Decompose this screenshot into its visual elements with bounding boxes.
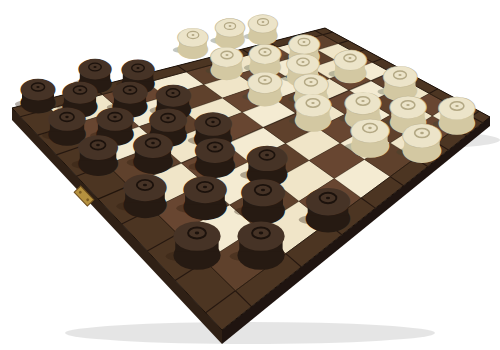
piece-center-dot xyxy=(455,105,458,107)
piece-center-dot xyxy=(261,189,265,192)
piece-center-dot xyxy=(36,86,39,88)
piece-center-dot xyxy=(265,154,269,156)
piece-center-dot xyxy=(398,74,401,76)
piece-center-dot xyxy=(259,232,263,235)
cream-checker-piece[interactable]: ●● xyxy=(329,43,369,86)
piece-center-dot xyxy=(143,184,147,187)
piece-center-dot xyxy=(195,232,199,235)
piece-center-dot xyxy=(211,121,215,123)
piece-center-dot xyxy=(166,117,170,119)
piece-center-dot xyxy=(303,41,306,43)
dark-checker-piece[interactable]: ●● xyxy=(72,126,121,179)
piece-center-dot xyxy=(368,127,372,129)
dark-checker-piece[interactable]: ●● xyxy=(230,211,288,274)
piece-center-dot xyxy=(309,81,312,83)
piece-center-dot xyxy=(263,79,266,81)
cream-checker-piece[interactable]: ●● xyxy=(345,110,392,162)
piece-center-dot xyxy=(348,57,351,59)
checkers-board-scene: ●●●●●●●●●●●●●●●●●●●●●●●●●●●●●●●●●●●●●●●●… xyxy=(0,0,500,350)
piece-center-dot xyxy=(113,116,117,118)
dark-checker-piece[interactable]: ●● xyxy=(166,211,224,274)
cream-checker-piece[interactable]: ●● xyxy=(173,20,211,61)
piece-center-dot xyxy=(229,25,232,27)
piece-center-dot xyxy=(326,197,330,200)
piece-center-dot xyxy=(93,66,96,68)
piece-center-dot xyxy=(361,100,364,102)
piece-center-dot xyxy=(301,61,304,63)
piece-center-dot xyxy=(96,144,100,146)
piece-center-dot xyxy=(203,186,207,189)
piece-center-dot xyxy=(213,146,217,148)
cream-checker-piece[interactable]: ●● xyxy=(396,115,444,167)
piece-center-dot xyxy=(151,142,155,144)
piece-center-dot xyxy=(262,21,265,23)
piece-center-dot xyxy=(192,34,195,36)
dark-checker-piece[interactable]: ●● xyxy=(116,165,169,223)
piece-center-dot xyxy=(136,67,139,69)
piece-center-dot xyxy=(311,102,314,104)
piece-center-dot xyxy=(171,92,174,94)
piece-center-dot xyxy=(225,54,228,56)
piece-center-dot xyxy=(406,104,409,106)
piece-center-dot xyxy=(263,51,266,53)
dark-checker-piece[interactable]: ●● xyxy=(299,177,354,236)
checkers-product-photo: ●●●●●●●●●●●●●●●●●●●●●●●●●●●●●●●●●●●●●●●●… xyxy=(0,0,500,350)
cream-checker-piece[interactable]: ●● xyxy=(289,86,334,135)
piece-center-dot xyxy=(128,89,131,91)
cream-checker-piece[interactable]: ●● xyxy=(242,64,284,110)
piece-center-dot xyxy=(420,132,424,134)
piece-center-dot xyxy=(65,116,69,118)
piece-center-dot xyxy=(78,89,81,91)
ground-shadow xyxy=(65,322,435,344)
cream-checker-piece[interactable]: ●● xyxy=(206,40,246,83)
